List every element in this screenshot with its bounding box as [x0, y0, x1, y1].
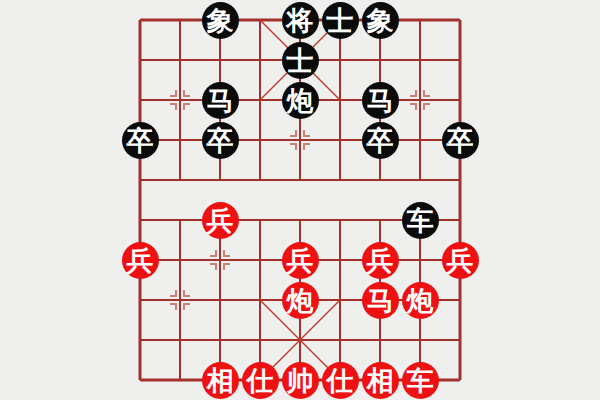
black-advisor[interactable]: 士 [282, 42, 319, 79]
black-cannon[interactable]: 炮 [282, 82, 319, 119]
red-chariot[interactable]: 车 [402, 362, 439, 399]
black-elephant[interactable]: 象 [362, 2, 399, 39]
red-soldier[interactable]: 兵 [282, 242, 319, 279]
red-soldier[interactable]: 兵 [442, 242, 479, 279]
black-chariot[interactable]: 车 [402, 202, 439, 239]
red-cannon[interactable]: 炮 [282, 282, 319, 319]
red-elephant[interactable]: 相 [202, 362, 239, 399]
black-horse[interactable]: 马 [362, 82, 399, 119]
pieces-layer: 象将士象士马炮马卒卒卒卒车兵兵兵兵兵炮马炮相仕帅仕相车 [0, 0, 600, 400]
red-elephant[interactable]: 相 [362, 362, 399, 399]
black-soldier[interactable]: 卒 [202, 122, 239, 159]
black-advisor[interactable]: 士 [322, 2, 359, 39]
red-advisor[interactable]: 仕 [242, 362, 279, 399]
xiangqi-board: 象将士象士马炮马卒卒卒卒车兵兵兵兵兵炮马炮相仕帅仕相车 [0, 0, 600, 400]
black-soldier[interactable]: 卒 [362, 122, 399, 159]
black-soldier[interactable]: 卒 [122, 122, 159, 159]
black-soldier[interactable]: 卒 [442, 122, 479, 159]
red-soldier[interactable]: 兵 [202, 202, 239, 239]
red-king[interactable]: 帅 [282, 362, 319, 399]
black-general[interactable]: 将 [282, 2, 319, 39]
red-soldier[interactable]: 兵 [122, 242, 159, 279]
black-horse[interactable]: 马 [202, 82, 239, 119]
red-horse[interactable]: 马 [362, 282, 399, 319]
red-advisor[interactable]: 仕 [322, 362, 359, 399]
red-soldier[interactable]: 兵 [362, 242, 399, 279]
black-elephant[interactable]: 象 [202, 2, 239, 39]
red-cannon[interactable]: 炮 [402, 282, 439, 319]
